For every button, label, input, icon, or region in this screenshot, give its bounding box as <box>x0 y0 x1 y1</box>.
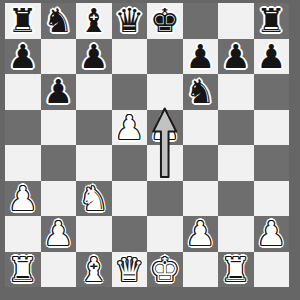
square-b5[interactable] <box>41 110 77 146</box>
square-d2[interactable] <box>112 216 148 252</box>
square-a8[interactable]: ♜ <box>5 3 41 39</box>
square-a7[interactable]: ♟ <box>5 39 41 75</box>
square-h7[interactable]: ♟ <box>254 39 290 75</box>
square-b6[interactable]: ♟ <box>41 74 77 110</box>
square-a3[interactable]: ♟ <box>5 181 41 217</box>
square-g4[interactable] <box>218 145 254 181</box>
square-c6[interactable] <box>76 74 112 110</box>
square-f3[interactable] <box>183 181 219 217</box>
square-b7[interactable] <box>41 39 77 75</box>
square-h1[interactable] <box>254 252 290 288</box>
square-b1[interactable] <box>41 252 77 288</box>
piece-black-pawn-b6[interactable]: ♟ <box>43 74 73 109</box>
square-e1[interactable]: ♚ <box>147 252 183 288</box>
piece-white-pawn-f2[interactable]: ♟ <box>185 216 215 251</box>
square-a5[interactable] <box>5 110 41 146</box>
piece-black-knight-f6[interactable]: ♞ <box>185 74 215 109</box>
square-c2[interactable] <box>76 216 112 252</box>
piece-white-king-e1[interactable]: ♚ <box>150 252 180 287</box>
piece-white-rook-g1[interactable]: ♜ <box>221 252 251 287</box>
piece-black-pawn-g7[interactable]: ♟ <box>221 39 251 74</box>
piece-black-king-e8[interactable]: ♚ <box>150 3 180 38</box>
square-h4[interactable] <box>254 145 290 181</box>
square-d6[interactable] <box>112 74 148 110</box>
chess-app-window: ♜♞♝♛♚♜♟♟♟♟♟♟♞♟♟♟♞♟♟♟♜♝♛♚♜ <box>0 0 300 300</box>
piece-white-pawn-d5[interactable]: ♟ <box>114 110 144 145</box>
piece-white-pawn-h2[interactable]: ♟ <box>256 216 286 251</box>
square-d8[interactable]: ♛ <box>112 3 148 39</box>
square-b4[interactable] <box>41 145 77 181</box>
square-e7[interactable] <box>147 39 183 75</box>
square-a6[interactable] <box>5 74 41 110</box>
square-a2[interactable] <box>5 216 41 252</box>
square-e5[interactable]: ♟ <box>147 110 183 146</box>
square-d4[interactable] <box>112 145 148 181</box>
square-e3[interactable] <box>147 181 183 217</box>
square-g3[interactable] <box>218 181 254 217</box>
square-e4[interactable] <box>147 145 183 181</box>
square-c4[interactable] <box>76 145 112 181</box>
square-e8[interactable]: ♚ <box>147 3 183 39</box>
square-e6[interactable] <box>147 74 183 110</box>
square-c7[interactable]: ♟ <box>76 39 112 75</box>
square-f2[interactable]: ♟ <box>183 216 219 252</box>
square-f4[interactable] <box>183 145 219 181</box>
piece-white-queen-d1[interactable]: ♛ <box>114 252 144 287</box>
square-c3[interactable]: ♞ <box>76 181 112 217</box>
square-d7[interactable] <box>112 39 148 75</box>
square-h3[interactable] <box>254 181 290 217</box>
square-a4[interactable] <box>5 145 41 181</box>
square-h2[interactable]: ♟ <box>254 216 290 252</box>
piece-white-knight-c3[interactable]: ♞ <box>79 181 109 216</box>
piece-black-knight-b8[interactable]: ♞ <box>43 3 73 38</box>
square-b3[interactable] <box>41 181 77 217</box>
square-g1[interactable]: ♜ <box>218 252 254 288</box>
square-b8[interactable]: ♞ <box>41 3 77 39</box>
square-a1[interactable]: ♜ <box>5 252 41 288</box>
square-b2[interactable]: ♟ <box>41 216 77 252</box>
square-c1[interactable]: ♝ <box>76 252 112 288</box>
square-f6[interactable]: ♞ <box>183 74 219 110</box>
chess-board: ♜♞♝♛♚♜♟♟♟♟♟♟♞♟♟♟♞♟♟♟♜♝♛♚♜ <box>5 3 289 287</box>
piece-black-pawn-c7[interactable]: ♟ <box>79 39 109 74</box>
piece-white-rook-a1[interactable]: ♜ <box>8 252 38 287</box>
square-c8[interactable]: ♝ <box>76 3 112 39</box>
square-f5[interactable] <box>183 110 219 146</box>
piece-black-pawn-f7[interactable]: ♟ <box>185 39 215 74</box>
piece-black-pawn-h7[interactable]: ♟ <box>256 39 286 74</box>
square-d3[interactable] <box>112 181 148 217</box>
piece-white-pawn-a3[interactable]: ♟ <box>8 181 38 216</box>
square-d5[interactable]: ♟ <box>112 110 148 146</box>
piece-black-bishop-c8[interactable]: ♝ <box>79 3 109 38</box>
square-g2[interactable] <box>218 216 254 252</box>
piece-black-pawn-a7[interactable]: ♟ <box>8 39 38 74</box>
square-e2[interactable] <box>147 216 183 252</box>
square-h8[interactable]: ♜ <box>254 3 290 39</box>
square-g5[interactable] <box>218 110 254 146</box>
piece-black-rook-a8[interactable]: ♜ <box>8 3 38 38</box>
piece-white-pawn-e5[interactable]: ♟ <box>150 110 180 145</box>
piece-black-queen-d8[interactable]: ♛ <box>114 3 144 38</box>
square-g7[interactable]: ♟ <box>218 39 254 75</box>
square-f8[interactable] <box>183 3 219 39</box>
square-f1[interactable] <box>183 252 219 288</box>
square-h5[interactable] <box>254 110 290 146</box>
piece-white-pawn-b2[interactable]: ♟ <box>43 216 73 251</box>
piece-black-rook-h8[interactable]: ♜ <box>256 3 286 38</box>
square-g8[interactable] <box>218 3 254 39</box>
square-c5[interactable] <box>76 110 112 146</box>
piece-white-bishop-c1[interactable]: ♝ <box>79 252 109 287</box>
square-f7[interactable]: ♟ <box>183 39 219 75</box>
square-g6[interactable] <box>218 74 254 110</box>
square-h6[interactable] <box>254 74 290 110</box>
square-d1[interactable]: ♛ <box>112 252 148 288</box>
